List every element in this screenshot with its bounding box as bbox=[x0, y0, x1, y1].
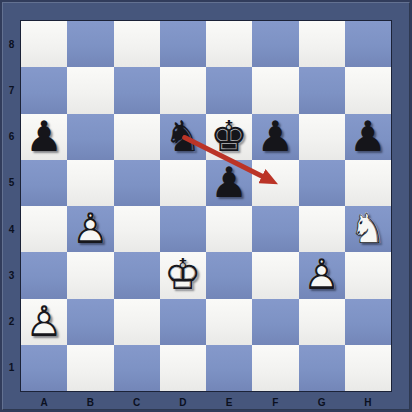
square-d1[interactable] bbox=[160, 345, 206, 391]
square-e5[interactable]: ♟ bbox=[206, 160, 252, 206]
square-e4[interactable] bbox=[206, 206, 252, 252]
square-b3[interactable] bbox=[67, 252, 113, 298]
square-d3[interactable]: ♚♔ bbox=[160, 252, 206, 298]
square-a4[interactable] bbox=[21, 206, 67, 252]
piece-black-pawn[interactable]: ♟ bbox=[252, 114, 298, 160]
rank-label-5: 5 bbox=[2, 160, 21, 206]
square-a1[interactable] bbox=[21, 345, 67, 391]
square-d2[interactable] bbox=[160, 299, 206, 345]
piece-white-pawn[interactable]: ♟♙ bbox=[299, 252, 345, 298]
square-c3[interactable] bbox=[114, 252, 160, 298]
file-label-c: C bbox=[114, 392, 160, 412]
square-e1[interactable] bbox=[206, 345, 252, 391]
square-a2[interactable]: ♟♙ bbox=[21, 299, 67, 345]
square-g4[interactable] bbox=[299, 206, 345, 252]
square-g6[interactable] bbox=[299, 114, 345, 160]
rank-labels: 87654321 bbox=[2, 21, 21, 391]
square-c8[interactable] bbox=[114, 21, 160, 67]
square-b4[interactable]: ♟♙ bbox=[67, 206, 113, 252]
square-c4[interactable] bbox=[114, 206, 160, 252]
piece-white-knight[interactable]: ♞♘ bbox=[345, 206, 391, 252]
square-e7[interactable] bbox=[206, 67, 252, 113]
square-g7[interactable] bbox=[299, 67, 345, 113]
square-a8[interactable] bbox=[21, 21, 67, 67]
square-e8[interactable] bbox=[206, 21, 252, 67]
square-f6[interactable]: ♟ bbox=[252, 114, 298, 160]
square-c7[interactable] bbox=[114, 67, 160, 113]
square-e2[interactable] bbox=[206, 299, 252, 345]
piece-black-pawn[interactable]: ♟ bbox=[345, 114, 391, 160]
piece-black-king[interactable]: ♚ bbox=[206, 114, 252, 160]
square-a6[interactable]: ♟ bbox=[21, 114, 67, 160]
square-e3[interactable] bbox=[206, 252, 252, 298]
file-labels: ABCDEFGH bbox=[21, 392, 391, 412]
board-frame: 87654321 ♟♞♚♟♟♟♟♙♞♘♚♔♟♙♟♙ ABCDEFGH bbox=[0, 0, 412, 412]
square-b5[interactable] bbox=[67, 160, 113, 206]
square-d5[interactable] bbox=[160, 160, 206, 206]
square-b7[interactable] bbox=[67, 67, 113, 113]
rank-label-4: 4 bbox=[2, 206, 21, 252]
file-label-e: E bbox=[206, 392, 252, 412]
square-h3[interactable] bbox=[345, 252, 391, 298]
piece-white-king[interactable]: ♚♔ bbox=[160, 252, 206, 298]
square-c5[interactable] bbox=[114, 160, 160, 206]
square-h1[interactable] bbox=[345, 345, 391, 391]
square-g8[interactable] bbox=[299, 21, 345, 67]
square-c2[interactable] bbox=[114, 299, 160, 345]
file-label-a: A bbox=[21, 392, 67, 412]
piece-black-knight[interactable]: ♞ bbox=[160, 114, 206, 160]
piece-outline: ♘ bbox=[345, 206, 391, 252]
rank-label-7: 7 bbox=[2, 67, 21, 113]
rank-label-1: 1 bbox=[2, 345, 21, 391]
square-d7[interactable] bbox=[160, 67, 206, 113]
piece-white-pawn[interactable]: ♟♙ bbox=[67, 206, 113, 252]
square-e6[interactable]: ♚ bbox=[206, 114, 252, 160]
square-g2[interactable] bbox=[299, 299, 345, 345]
piece-outline: ♙ bbox=[299, 252, 345, 298]
square-b8[interactable] bbox=[67, 21, 113, 67]
square-f7[interactable] bbox=[252, 67, 298, 113]
piece-white-pawn[interactable]: ♟♙ bbox=[21, 299, 67, 345]
square-h5[interactable] bbox=[345, 160, 391, 206]
square-g5[interactable] bbox=[299, 160, 345, 206]
square-b2[interactable] bbox=[67, 299, 113, 345]
square-b6[interactable] bbox=[67, 114, 113, 160]
square-a7[interactable] bbox=[21, 67, 67, 113]
piece-outline: ♔ bbox=[160, 252, 206, 298]
square-c6[interactable] bbox=[114, 114, 160, 160]
piece-outline: ♙ bbox=[21, 299, 67, 345]
rank-label-6: 6 bbox=[2, 114, 21, 160]
square-f1[interactable] bbox=[252, 345, 298, 391]
file-label-b: B bbox=[67, 392, 113, 412]
square-h6[interactable]: ♟ bbox=[345, 114, 391, 160]
square-h7[interactable] bbox=[345, 67, 391, 113]
square-f8[interactable] bbox=[252, 21, 298, 67]
square-f4[interactable] bbox=[252, 206, 298, 252]
file-label-d: D bbox=[160, 392, 206, 412]
square-g1[interactable] bbox=[299, 345, 345, 391]
square-f5[interactable] bbox=[252, 160, 298, 206]
square-a5[interactable] bbox=[21, 160, 67, 206]
piece-outline: ♙ bbox=[67, 206, 113, 252]
rank-label-3: 3 bbox=[2, 252, 21, 298]
file-label-h: H bbox=[345, 392, 391, 412]
square-d4[interactable] bbox=[160, 206, 206, 252]
square-f3[interactable] bbox=[252, 252, 298, 298]
file-label-f: F bbox=[252, 392, 298, 412]
file-label-g: G bbox=[299, 392, 345, 412]
square-h4[interactable]: ♞♘ bbox=[345, 206, 391, 252]
square-h8[interactable] bbox=[345, 21, 391, 67]
chess-board: ♟♞♚♟♟♟♟♙♞♘♚♔♟♙♟♙ bbox=[21, 21, 391, 391]
square-a3[interactable] bbox=[21, 252, 67, 298]
square-b1[interactable] bbox=[67, 345, 113, 391]
rank-label-8: 8 bbox=[2, 21, 21, 67]
square-h2[interactable] bbox=[345, 299, 391, 345]
square-c1[interactable] bbox=[114, 345, 160, 391]
piece-black-pawn[interactable]: ♟ bbox=[206, 160, 252, 206]
rank-label-2: 2 bbox=[2, 299, 21, 345]
piece-black-pawn[interactable]: ♟ bbox=[21, 114, 67, 160]
square-d6[interactable]: ♞ bbox=[160, 114, 206, 160]
square-f2[interactable] bbox=[252, 299, 298, 345]
square-g3[interactable]: ♟♙ bbox=[299, 252, 345, 298]
square-d8[interactable] bbox=[160, 21, 206, 67]
